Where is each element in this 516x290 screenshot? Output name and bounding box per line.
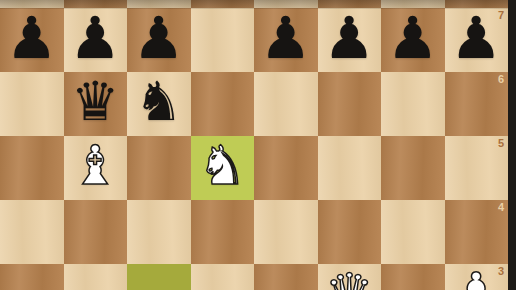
square-e6[interactable] xyxy=(254,72,318,136)
rank-label: 6 xyxy=(498,74,504,85)
square-h5[interactable]: 5 xyxy=(445,136,509,200)
black-pawn: ♟ xyxy=(254,6,318,70)
black-knight: ♞ xyxy=(127,70,191,134)
square-b8[interactable] xyxy=(64,0,128,8)
rank-label: 5 xyxy=(498,138,504,149)
square-c7[interactable]: ♟ xyxy=(127,8,191,72)
square-f6[interactable] xyxy=(318,72,382,136)
rank-label: 3 xyxy=(498,266,504,277)
black-bishop: ♝ xyxy=(318,0,382,6)
square-c5[interactable] xyxy=(127,136,191,200)
square-b5[interactable]: ♝ xyxy=(64,136,128,200)
square-b4[interactable] xyxy=(64,200,128,264)
square-a4[interactable] xyxy=(0,200,64,264)
black-pawn: ♟ xyxy=(64,6,128,70)
white-bishop: ♝ xyxy=(64,134,128,198)
rank-label: 7 xyxy=(498,10,504,21)
square-d3[interactable] xyxy=(191,264,255,290)
black-pawn: ♟ xyxy=(0,6,64,70)
black-king: ♚ xyxy=(254,0,318,6)
square-f3[interactable]: ♛ xyxy=(318,264,382,290)
square-b3[interactable] xyxy=(64,264,128,290)
square-h3[interactable]: ♟3 xyxy=(445,264,509,290)
black-pawn: ♟ xyxy=(318,6,382,70)
square-h7[interactable]: ♟7 xyxy=(445,8,509,72)
black-queen: ♛ xyxy=(64,70,128,134)
square-g7[interactable]: ♟ xyxy=(381,8,445,72)
square-f5[interactable] xyxy=(318,136,382,200)
square-h4[interactable]: 4 xyxy=(445,200,509,264)
square-g8[interactable]: ♞ xyxy=(381,0,445,8)
board-viewport: ♜♚♝♞♜8♟♟♟♟♟♟♟7♛♞6♝♞54♛♟3♟♟♟♟♟♟2♜♝♚♜1 xyxy=(0,0,516,290)
black-rook: ♜ xyxy=(445,0,509,6)
square-c4[interactable] xyxy=(127,200,191,264)
square-a3[interactable] xyxy=(0,264,64,290)
black-rook: ♜ xyxy=(0,0,64,6)
square-c6[interactable]: ♞ xyxy=(127,72,191,136)
square-h8[interactable]: ♜8 xyxy=(445,0,509,8)
square-f7[interactable]: ♟ xyxy=(318,8,382,72)
square-a8[interactable]: ♜ xyxy=(0,0,64,8)
rank-label: 4 xyxy=(498,202,504,213)
square-d6[interactable] xyxy=(191,72,255,136)
square-b6[interactable]: ♛ xyxy=(64,72,128,136)
square-g6[interactable] xyxy=(381,72,445,136)
square-e7[interactable]: ♟ xyxy=(254,8,318,72)
black-pawn: ♟ xyxy=(127,6,191,70)
square-e5[interactable] xyxy=(254,136,318,200)
square-a6[interactable] xyxy=(0,72,64,136)
square-a5[interactable] xyxy=(0,136,64,200)
square-d7[interactable] xyxy=(191,8,255,72)
square-b7[interactable]: ♟ xyxy=(64,8,128,72)
square-f4[interactable] xyxy=(318,200,382,264)
black-knight: ♞ xyxy=(381,0,445,6)
square-g4[interactable] xyxy=(381,200,445,264)
chess-board: ♜♚♝♞♜8♟♟♟♟♟♟♟7♛♞6♝♞54♛♟3♟♟♟♟♟♟2♜♝♚♜1 xyxy=(0,0,508,290)
square-e4[interactable] xyxy=(254,200,318,264)
square-d8[interactable] xyxy=(191,0,255,8)
square-h6[interactable]: 6 xyxy=(445,72,509,136)
square-g5[interactable] xyxy=(381,136,445,200)
square-e3[interactable] xyxy=(254,264,318,290)
square-f8[interactable]: ♝ xyxy=(318,0,382,8)
square-d5[interactable]: ♞ xyxy=(191,136,255,200)
square-a7[interactable]: ♟ xyxy=(0,8,64,72)
square-e8[interactable]: ♚ xyxy=(254,0,318,8)
square-c3[interactable] xyxy=(127,264,191,290)
black-pawn: ♟ xyxy=(381,6,445,70)
square-d4[interactable] xyxy=(191,200,255,264)
white-queen: ♛ xyxy=(318,262,382,290)
square-c8[interactable] xyxy=(127,0,191,8)
square-g3[interactable] xyxy=(381,264,445,290)
white-knight: ♞ xyxy=(191,134,255,198)
